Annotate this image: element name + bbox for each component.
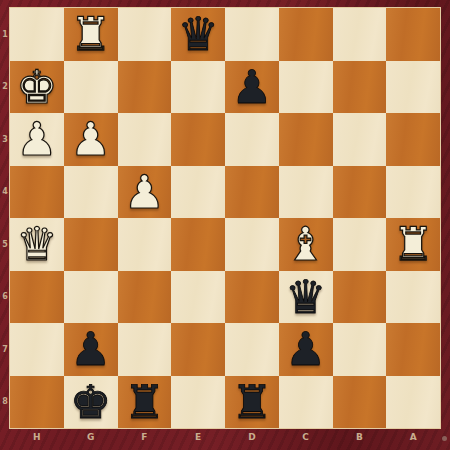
white-rook[interactable]: ♜ [70,11,111,57]
square-a3[interactable] [386,113,440,166]
square-a4[interactable] [386,166,440,219]
square-d3[interactable] [225,113,279,166]
square-f4[interactable]: ♟ [118,166,172,219]
square-a8[interactable] [386,376,440,429]
square-g7[interactable]: ♟ [64,323,118,376]
chess-board: ♜♛♚♟♟♟♟♛♝♜♛♟♟♚♜♜ [10,8,440,428]
black-pawn[interactable]: ♟ [70,326,111,372]
white-queen[interactable]: ♛ [16,221,57,267]
square-d8[interactable]: ♜ [225,376,279,429]
square-a1[interactable] [386,8,440,61]
square-e5[interactable] [171,218,225,271]
square-h2[interactable]: ♚ [10,61,64,114]
square-g1[interactable]: ♜ [64,8,118,61]
white-pawn[interactable]: ♟ [70,116,111,162]
white-rook[interactable]: ♜ [393,221,434,267]
square-e7[interactable] [171,323,225,376]
white-bishop[interactable]: ♝ [285,221,326,267]
black-pawn[interactable]: ♟ [285,326,326,372]
square-a6[interactable] [386,271,440,324]
rank-label-8: 8 [0,376,10,429]
square-b5[interactable] [333,218,387,271]
square-b7[interactable] [333,323,387,376]
square-b3[interactable] [333,113,387,166]
rank-label-3: 3 [0,113,10,166]
square-b6[interactable] [333,271,387,324]
square-h1[interactable] [10,8,64,61]
square-f2[interactable] [118,61,172,114]
black-queen[interactable]: ♛ [178,11,219,57]
square-h3[interactable]: ♟ [10,113,64,166]
square-d6[interactable] [225,271,279,324]
square-e8[interactable] [171,376,225,429]
file-label-f: F [118,428,172,450]
square-a5[interactable]: ♜ [386,218,440,271]
square-b2[interactable] [333,61,387,114]
rank-label-4: 4 [0,166,10,219]
corner-dot [442,436,447,441]
square-d7[interactable] [225,323,279,376]
white-pawn[interactable]: ♟ [16,116,57,162]
white-king[interactable]: ♚ [16,64,57,110]
square-c8[interactable] [279,376,333,429]
square-g2[interactable] [64,61,118,114]
rank-label-7: 7 [0,323,10,376]
square-f3[interactable] [118,113,172,166]
square-a7[interactable] [386,323,440,376]
square-b4[interactable] [333,166,387,219]
square-e4[interactable] [171,166,225,219]
black-queen[interactable]: ♛ [285,274,326,320]
file-label-e: E [171,428,225,450]
square-c5[interactable]: ♝ [279,218,333,271]
square-c3[interactable] [279,113,333,166]
square-c1[interactable] [279,8,333,61]
square-d5[interactable] [225,218,279,271]
square-b1[interactable] [333,8,387,61]
square-e6[interactable] [171,271,225,324]
square-g4[interactable] [64,166,118,219]
black-king[interactable]: ♚ [70,379,111,425]
square-g5[interactable] [64,218,118,271]
square-f1[interactable] [118,8,172,61]
square-f7[interactable] [118,323,172,376]
square-d1[interactable] [225,8,279,61]
square-g8[interactable]: ♚ [64,376,118,429]
file-label-g: G [64,428,118,450]
file-label-a: A [386,428,440,450]
file-label-c: C [279,428,333,450]
black-rook[interactable]: ♜ [124,379,165,425]
square-g3[interactable]: ♟ [64,113,118,166]
square-h5[interactable]: ♛ [10,218,64,271]
file-label-b: B [333,428,387,450]
square-e2[interactable] [171,61,225,114]
square-c6[interactable]: ♛ [279,271,333,324]
square-c4[interactable] [279,166,333,219]
rank-label-1: 1 [0,8,10,61]
square-f8[interactable]: ♜ [118,376,172,429]
file-label-h: H [10,428,64,450]
square-f6[interactable] [118,271,172,324]
rank-label-6: 6 [0,271,10,324]
square-e1[interactable]: ♛ [171,8,225,61]
square-b8[interactable] [333,376,387,429]
square-d2[interactable]: ♟ [225,61,279,114]
square-h4[interactable] [10,166,64,219]
rank-labels: 12345678 [0,8,10,428]
black-pawn[interactable]: ♟ [231,64,272,110]
square-h7[interactable] [10,323,64,376]
square-h6[interactable] [10,271,64,324]
rank-label-2: 2 [0,61,10,114]
square-c7[interactable]: ♟ [279,323,333,376]
square-a2[interactable] [386,61,440,114]
square-e3[interactable] [171,113,225,166]
square-g6[interactable] [64,271,118,324]
square-d4[interactable] [225,166,279,219]
square-c2[interactable] [279,61,333,114]
black-rook[interactable]: ♜ [231,379,272,425]
white-pawn[interactable]: ♟ [124,169,165,215]
rank-label-5: 5 [0,218,10,271]
square-h8[interactable] [10,376,64,429]
square-f5[interactable] [118,218,172,271]
file-label-d: D [225,428,279,450]
file-labels: HGFEDCBA [10,428,440,450]
